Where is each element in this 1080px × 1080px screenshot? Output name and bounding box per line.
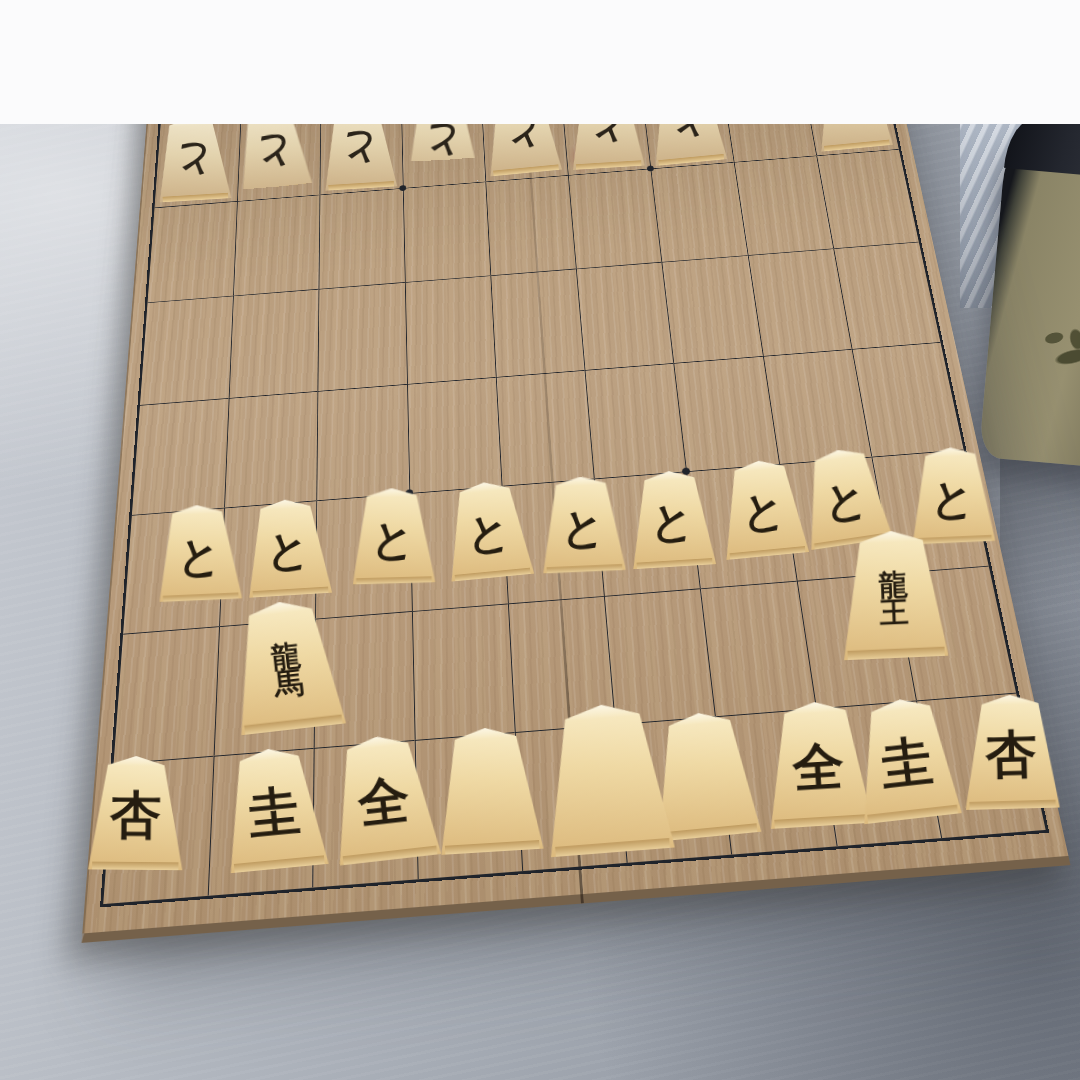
- board-square[interactable]: [576, 262, 674, 370]
- board-square[interactable]: [496, 370, 594, 486]
- board-square[interactable]: [604, 589, 715, 724]
- piece-kanji: と: [370, 519, 415, 560]
- board-square[interactable]: [585, 363, 687, 479]
- piece-kanji: と: [821, 477, 871, 523]
- piece-kanji: と: [464, 511, 512, 555]
- piece-kanji: と: [338, 131, 378, 168]
- board-square[interactable]: [224, 391, 318, 508]
- board-square[interactable]: [662, 255, 763, 362]
- board-grid: 龍王龍馬とととととととととととととととととと龍馬龍王杏圭全全圭杏: [100, 0, 1049, 907]
- piece-kanji: と: [740, 490, 788, 534]
- board-square[interactable]: [317, 384, 409, 501]
- piece-kanji: と: [929, 478, 975, 520]
- board-square[interactable]: [405, 276, 496, 384]
- shogi-board: 龍王龍馬とととととととととととととととととと龍馬龍王杏圭全全圭杏: [82, 0, 1071, 943]
- board-square[interactable]: [816, 149, 919, 249]
- board-square[interactable]: [233, 195, 320, 296]
- piece-kanji: 全: [792, 743, 846, 793]
- board-square[interactable]: [851, 342, 963, 457]
- board-square[interactable]: [490, 269, 584, 377]
- piece-kanji: 圭: [247, 786, 302, 838]
- board-square[interactable]: [229, 289, 319, 398]
- board-square[interactable]: [700, 581, 815, 716]
- piece-kanji: と: [560, 507, 606, 549]
- piece-kanji: 圭: [878, 736, 934, 789]
- piece-kanji: と: [253, 135, 295, 174]
- top-white-band: [0, 0, 1080, 124]
- piece-kanji: 杏: [110, 793, 161, 840]
- board-square[interactable]: [833, 242, 940, 349]
- board-square[interactable]: [412, 604, 515, 740]
- piece-kanji: 杏: [985, 731, 1037, 779]
- board-square[interactable]: [651, 162, 748, 262]
- board-square[interactable]: [140, 296, 233, 405]
- board-square[interactable]: [674, 356, 779, 472]
- board-square[interactable]: [403, 182, 491, 283]
- piece-kanji: と: [265, 529, 312, 571]
- board-square[interactable]: [485, 175, 576, 276]
- board-square[interactable]: [407, 377, 502, 493]
- table-scene: 龍王龍馬とととととととととととととととととと龍馬龍王杏圭全全圭杏: [0, 0, 1080, 1080]
- piece-kanji: 龍王: [878, 571, 909, 626]
- piece-kanji: と: [422, 124, 462, 160]
- piece-kanji: と: [649, 501, 696, 543]
- board-square[interactable]: [114, 627, 220, 764]
- board-square[interactable]: [319, 188, 405, 289]
- piece-kanji: 全: [355, 776, 411, 829]
- piece-kanji: と: [176, 535, 222, 577]
- board-square[interactable]: [318, 282, 407, 390]
- piece-kanji: と: [173, 143, 213, 180]
- piece-kanji: 龍馬: [270, 641, 305, 698]
- board-square[interactable]: [148, 201, 238, 303]
- photo-viewport: 龍王龍馬とととととととととととととととととと龍馬龍王杏圭全全圭杏: [0, 0, 1080, 1080]
- board-square[interactable]: [132, 398, 229, 515]
- board-square[interactable]: [568, 169, 662, 269]
